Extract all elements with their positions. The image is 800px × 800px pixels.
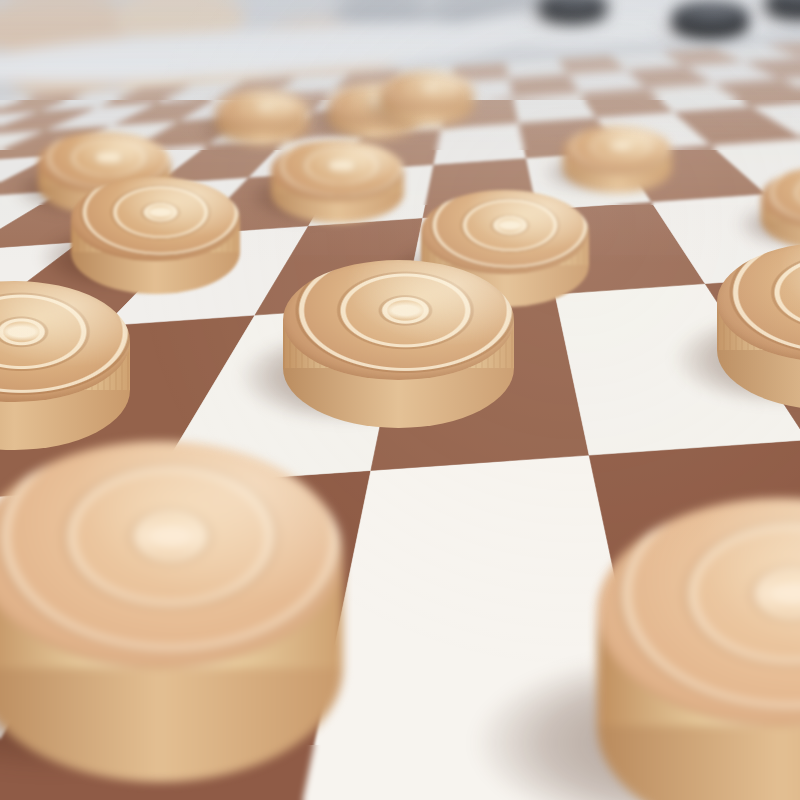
checker-light-c4 <box>271 140 404 223</box>
checker-light-f2 <box>717 242 800 411</box>
piece-top-face <box>381 71 474 112</box>
checkers-photo-scene <box>0 0 800 800</box>
checker-light-b3 <box>71 177 240 294</box>
checker-light-d2 <box>283 260 514 429</box>
checker-dark-d8 <box>539 0 607 24</box>
pieces-layer <box>0 0 800 800</box>
checker-light-c1 <box>0 441 343 782</box>
piece-top-face <box>271 140 404 201</box>
checker-light-f1 <box>597 498 800 800</box>
piece-top-face <box>283 260 514 380</box>
piece-top-face <box>71 177 240 261</box>
checker-dark-h8 <box>766 0 800 20</box>
checker-dark-f7 <box>672 1 749 40</box>
piece-top-face <box>672 1 749 28</box>
checker-light-b2 <box>0 281 130 450</box>
checker-light-g5 <box>563 126 673 193</box>
checker-light-h4 <box>761 167 800 250</box>
piece-top-face <box>563 126 673 174</box>
checker-light-d6 <box>381 71 474 126</box>
